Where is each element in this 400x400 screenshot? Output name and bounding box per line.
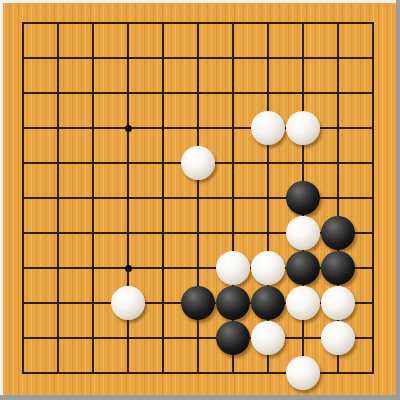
go-board[interactable] [0,0,400,400]
board-grid[interactable] [0,0,400,400]
stone-white[interactable] [286,216,320,250]
stone-white[interactable] [286,356,320,390]
stone-black[interactable] [286,251,320,285]
stone-black[interactable] [286,181,320,215]
star-point [125,265,132,272]
stone-white[interactable] [181,146,215,180]
stone-white[interactable] [286,111,320,145]
stone-black[interactable] [216,321,250,355]
grid-line-vertical [372,22,374,374]
grid-line-horizontal [22,197,374,199]
stone-white[interactable] [251,111,285,145]
stone-white[interactable] [111,286,145,320]
grid-line-horizontal [22,372,374,374]
stone-black[interactable] [216,286,250,320]
stone-white[interactable] [321,321,355,355]
stone-white[interactable] [321,286,355,320]
stone-black[interactable] [181,286,215,320]
stone-white[interactable] [251,321,285,355]
stone-white[interactable] [251,251,285,285]
stone-black[interactable] [251,286,285,320]
stone-black[interactable] [321,216,355,250]
stone-black[interactable] [321,251,355,285]
star-point [125,125,132,132]
stone-white[interactable] [286,286,320,320]
stone-white[interactable] [216,251,250,285]
